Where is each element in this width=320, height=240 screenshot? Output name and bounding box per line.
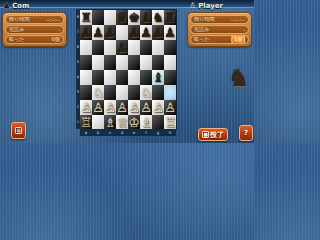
square-h6[interactable] [164,40,176,55]
stat-value: 0個 [52,36,60,44]
rank-label-3: 3 [77,87,79,96]
square-e3[interactable] [128,85,140,100]
player-name: Player [198,2,223,10]
square-c7[interactable]: ♟ [104,25,116,40]
square-b1[interactable] [92,115,104,130]
com-stat-row-1: 先読み- [5,25,64,34]
black-queen-d8[interactable]: ♛ [116,10,128,25]
white-pawn-d2[interactable]: ♙ [116,100,128,115]
file-label-d: d [118,130,126,135]
square-a1[interactable]: ♖ [80,115,92,130]
square-b6[interactable] [92,40,104,55]
rank-label-5: 5 [77,57,79,66]
square-a3[interactable] [80,85,92,100]
square-a4[interactable] [80,70,92,85]
square-e5[interactable] [128,55,140,70]
white-rook-h1[interactable]: ♖ [164,115,176,130]
square-c6[interactable] [104,40,116,55]
com-info-panel: 残り時間--:--:--先読み-取った0個 [2,12,67,47]
square-g7[interactable]: ♟ [152,25,164,40]
square-c1[interactable]: ♗ [104,115,116,130]
square-a2[interactable]: ♙ [80,100,92,115]
file-label-f: f [142,130,150,135]
stat-label: 先読み [194,26,209,34]
stat-value: --:--:-- [46,17,60,23]
black-rook-h8[interactable]: ♜ [164,10,176,25]
rank-label-1: 1 [77,117,79,126]
com-stat-row-0: 残り時間--:--:-- [5,15,64,24]
com-stat-row-2: 取った0個 [5,35,64,44]
square-d8[interactable]: ♛ [116,10,128,25]
white-knight-f3[interactable]: ♘ [140,85,152,100]
square-d6[interactable]: ♟ [116,40,128,55]
square-d2[interactable]: ♙ [116,100,128,115]
square-g5[interactable] [152,55,164,70]
square-b2[interactable]: ♙ [92,100,104,115]
square-h7[interactable]: ♟ [164,25,176,40]
square-d1[interactable]: ♕ [116,115,128,130]
white-pawn-b2[interactable]: ♙ [92,100,104,115]
file-label-g: g [154,130,162,135]
stat-value: - [58,27,60,33]
player-info-panel: 残り時間--:--:--先読み-取った1個 [187,12,252,47]
stat-value: - [243,27,245,33]
square-d7[interactable] [116,25,128,40]
com-name-row: ♟ Com [3,1,29,10]
square-h1[interactable]: ♖ [164,115,176,130]
square-f4[interactable] [140,70,152,85]
black-pawn-b7[interactable]: ♟ [92,25,104,40]
square-f2[interactable]: ♙ [140,100,152,115]
square-e1[interactable]: ♔ [128,115,140,130]
player-stat-row-2: 取った1個 [190,35,249,44]
black-pawn-icon: ♟ [3,2,10,10]
square-e8[interactable]: ♚ [128,10,140,25]
white-pawn-c2[interactable]: ♙ [104,100,116,115]
stat-label: 残り時間 [9,16,30,24]
square-f8[interactable]: ♝ [140,10,152,25]
square-f6[interactable] [140,40,152,55]
help-button[interactable]: ? [239,125,253,141]
rank-label-2: 2 [77,102,79,111]
white-pawn-f2[interactable]: ♙ [140,100,152,115]
file-label-a: a [82,130,90,135]
black-rook-a8[interactable]: ♜ [80,10,92,25]
stat-value: --:--:-- [231,17,245,23]
black-pawn-g7[interactable]: ♟ [152,25,164,40]
square-h3[interactable] [164,85,176,100]
square-g2[interactable]: ♙ [152,100,164,115]
square-f1[interactable]: ♗ [140,115,152,130]
rank-label-7: 7 [77,27,79,36]
square-c8[interactable] [104,10,116,25]
rank-label-4: 4 [77,72,79,81]
stat-label: 残り時間 [194,16,215,24]
square-g3[interactable] [152,85,164,100]
black-pawn-c7[interactable]: ♟ [104,25,116,40]
square-a6[interactable] [80,40,92,55]
file-label-h: h [166,130,174,135]
black-pawn-f7[interactable]: ♟ [140,25,152,40]
black-pawn-a7[interactable]: ♟ [80,25,92,40]
black-knight-g8[interactable]: ♞ [152,10,164,25]
square-c5[interactable] [104,55,116,70]
file-label-b: b [94,130,102,135]
white-bishop-f1[interactable]: ♗ [140,115,152,130]
square-f3[interactable]: ♘ [140,85,152,100]
square-b3[interactable]: ♘ [92,85,104,100]
square-f5[interactable] [140,55,152,70]
resign-label: 投了 [210,130,224,140]
white-king-e1[interactable]: ♔ [128,115,140,130]
captured-piece-black-knight: ♞ [228,66,250,90]
square-a7[interactable]: ♟ [80,25,92,40]
square-b5[interactable] [92,55,104,70]
square-c4[interactable] [104,70,116,85]
white-pawn-a2[interactable]: ♙ [80,100,92,115]
square-e7[interactable]: ♟ [128,25,140,40]
white-pawn-g2[interactable]: ♙ [152,100,164,115]
rank-label-8: 8 [77,12,79,21]
square-g6[interactable] [152,40,164,55]
square-h5[interactable] [164,55,176,70]
black-bishop-f8[interactable]: ♝ [140,10,152,25]
black-pawn-h7[interactable]: ♟ [164,25,176,40]
resign-icon: ■ [202,131,209,138]
white-bishop-c1[interactable]: ♗ [104,115,116,130]
rank-label-6: 6 [77,42,79,51]
square-h8[interactable]: ♜ [164,10,176,25]
com-name: Com [12,2,29,10]
black-king-e8[interactable]: ♚ [128,10,140,25]
player-stat-row-1: 先読み- [190,25,249,34]
square-c3[interactable] [104,85,116,100]
menu-icon: ▦ [15,127,22,134]
black-pawn-e7[interactable]: ♟ [128,25,140,40]
square-b4[interactable] [92,70,104,85]
white-knight-b3[interactable]: ♘ [92,85,104,100]
square-a8[interactable]: ♜ [80,10,92,25]
chess-board[interactable]: ♜♛♚♝♞♜♟♟♟♟♟♟♟♟♝♘♘♙♙♙♙♙♙♙♙♖♗♕♔♗♖ [80,9,177,130]
square-g8[interactable]: ♞ [152,10,164,25]
square-f7[interactable]: ♟ [140,25,152,40]
player-stat-row-0: 残り時間--:--:-- [190,15,249,24]
square-h4[interactable] [164,70,176,85]
square-e2[interactable]: ♙ [128,100,140,115]
file-labels: abcdefgh [80,129,176,136]
square-e6[interactable] [128,40,140,55]
stat-label: 取った [9,36,25,44]
white-pawn-h2[interactable]: ♙ [164,100,176,115]
white-queen-d1[interactable]: ♕ [116,115,128,130]
square-c2[interactable]: ♙ [104,100,116,115]
player-name-row: ♙ Player [189,1,223,10]
help-label: ? [244,129,248,137]
white-pawn-icon: ♙ [189,2,196,10]
file-label-c: c [106,130,114,135]
square-b8[interactable] [92,10,104,25]
white-pawn-e2[interactable]: ♙ [128,100,140,115]
black-bishop-g4[interactable]: ♝ [152,70,164,85]
square-e4[interactable] [128,70,140,85]
black-pawn-d6[interactable]: ♟ [116,40,128,55]
square-h2[interactable]: ♙ [164,100,176,115]
stat-label: 先読み [9,26,24,34]
square-d4[interactable] [116,70,128,85]
stat-value: 1個 [232,35,245,44]
square-a5[interactable] [80,55,92,70]
stat-label: 取った [194,36,210,44]
menu-button[interactable]: ▦ [11,122,26,139]
square-g1[interactable] [152,115,164,130]
square-d5[interactable] [116,55,128,70]
white-rook-a1[interactable]: ♖ [80,115,92,130]
square-d3[interactable] [116,85,128,100]
resign-button[interactable]: ■ 投了 [198,128,228,141]
file-label-e: e [130,130,138,135]
square-b7[interactable]: ♟ [92,25,104,40]
square-g4[interactable]: ♝ [152,70,164,85]
